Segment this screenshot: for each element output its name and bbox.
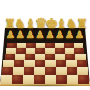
board-square (34, 75, 45, 84)
board-square (12, 75, 23, 84)
board-square (77, 60, 88, 67)
board-square (67, 67, 78, 75)
board-square (67, 75, 78, 84)
board-square (2, 67, 13, 75)
board-square (56, 60, 67, 67)
board-square (1, 75, 12, 84)
board-square (56, 75, 67, 84)
board-square (23, 75, 34, 84)
board-square (45, 60, 56, 67)
board-square (34, 67, 45, 75)
board-square (14, 60, 25, 67)
board-square (3, 60, 14, 67)
board-rank-row (1, 75, 89, 84)
board-square (78, 75, 89, 84)
chess-board (0, 0, 90, 90)
board-square (35, 60, 46, 67)
board-square (24, 60, 35, 67)
board-square (56, 67, 67, 75)
board-square (13, 67, 24, 75)
board-square (24, 67, 35, 75)
board-square (77, 67, 88, 75)
chess-set-photo: ♜♞♝♛♚♝♞♜ ♟♟♟♟♟♟♟♟ (0, 0, 90, 90)
board-square (66, 60, 77, 67)
board-rank-row (3, 60, 87, 67)
board-rank-row (2, 67, 88, 75)
board-square (45, 75, 56, 84)
board-square (45, 67, 56, 75)
